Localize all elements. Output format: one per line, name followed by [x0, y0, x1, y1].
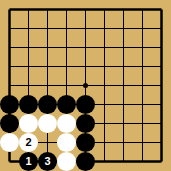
intersection-r8c5[interactable] [95, 152, 114, 171]
stone-black[interactable] [0, 114, 19, 133]
intersection-r6c3[interactable] [57, 114, 76, 133]
intersection-r4c4[interactable] [76, 76, 95, 95]
intersection-r3c6[interactable] [114, 57, 133, 76]
move-number-label: 1 [25, 156, 31, 167]
intersection-r4c5[interactable] [95, 76, 114, 95]
intersection-r7c1[interactable]: 2 [19, 133, 38, 152]
intersection-r6c4[interactable] [76, 114, 95, 133]
intersection-r3c3[interactable] [57, 57, 76, 76]
intersection-r6c2[interactable] [38, 114, 57, 133]
intersection-r0c7[interactable] [133, 0, 152, 19]
stone-black[interactable]: 3 [38, 152, 57, 171]
board-intersections: 213 [0, 0, 171, 171]
intersection-r1c4[interactable] [76, 19, 95, 38]
intersection-r5c4[interactable] [76, 95, 95, 114]
intersection-r8c8[interactable] [152, 152, 171, 171]
intersection-r0c3[interactable] [57, 0, 76, 19]
intersection-r6c8[interactable] [152, 114, 171, 133]
intersection-r1c7[interactable] [133, 19, 152, 38]
intersection-r8c2[interactable]: 3 [38, 152, 57, 171]
intersection-r3c2[interactable] [38, 57, 57, 76]
intersection-r5c8[interactable] [152, 95, 171, 114]
intersection-r2c1[interactable] [19, 38, 38, 57]
intersection-r8c3[interactable] [57, 152, 76, 171]
intersection-r6c0[interactable] [0, 114, 19, 133]
intersection-r1c1[interactable] [19, 19, 38, 38]
stone-white[interactable] [57, 114, 76, 133]
intersection-r3c5[interactable] [95, 57, 114, 76]
intersection-r7c0[interactable] [0, 133, 19, 152]
intersection-r0c0[interactable] [0, 0, 19, 19]
intersection-r5c0[interactable] [0, 95, 19, 114]
intersection-r4c3[interactable] [57, 76, 76, 95]
stone-black[interactable] [19, 95, 38, 114]
go-board-diagram: 213 [0, 0, 171, 171]
intersection-r0c2[interactable] [38, 0, 57, 19]
intersection-r2c6[interactable] [114, 38, 133, 57]
intersection-r5c2[interactable] [38, 95, 57, 114]
intersection-r3c1[interactable] [19, 57, 38, 76]
intersection-r4c6[interactable] [114, 76, 133, 95]
intersection-r3c8[interactable] [152, 57, 171, 76]
intersection-r6c6[interactable] [114, 114, 133, 133]
intersection-r2c3[interactable] [57, 38, 76, 57]
stone-black[interactable] [76, 114, 95, 133]
intersection-r8c1[interactable]: 1 [19, 152, 38, 171]
stone-black[interactable] [76, 95, 95, 114]
stone-white[interactable] [57, 133, 76, 152]
intersection-r4c8[interactable] [152, 76, 171, 95]
stone-white[interactable] [57, 152, 76, 171]
move-number-label: 2 [25, 137, 31, 148]
move-number-label: 3 [44, 156, 50, 167]
intersection-r4c2[interactable] [38, 76, 57, 95]
intersection-r8c7[interactable] [133, 152, 152, 171]
intersection-r1c8[interactable] [152, 19, 171, 38]
intersection-r1c6[interactable] [114, 19, 133, 38]
intersection-r3c7[interactable] [133, 57, 152, 76]
intersection-r2c0[interactable] [0, 38, 19, 57]
intersection-r1c0[interactable] [0, 19, 19, 38]
intersection-r2c5[interactable] [95, 38, 114, 57]
intersection-r0c1[interactable] [19, 0, 38, 19]
stone-black[interactable] [76, 152, 95, 171]
intersection-r7c3[interactable] [57, 133, 76, 152]
intersection-r7c7[interactable] [133, 133, 152, 152]
intersection-r0c5[interactable] [95, 0, 114, 19]
intersection-r8c4[interactable] [76, 152, 95, 171]
intersection-r2c7[interactable] [133, 38, 152, 57]
intersection-r5c3[interactable] [57, 95, 76, 114]
intersection-r8c6[interactable] [114, 152, 133, 171]
stone-black[interactable]: 1 [19, 152, 38, 171]
intersection-r6c1[interactable] [19, 114, 38, 133]
intersection-r8c0[interactable] [0, 152, 19, 171]
intersection-r3c4[interactable] [76, 57, 95, 76]
intersection-r7c2[interactable] [38, 133, 57, 152]
stone-black[interactable] [76, 133, 95, 152]
intersection-r4c7[interactable] [133, 76, 152, 95]
intersection-r2c4[interactable] [76, 38, 95, 57]
intersection-r7c4[interactable] [76, 133, 95, 152]
stone-black[interactable] [38, 95, 57, 114]
stone-white[interactable] [0, 133, 19, 152]
stone-black[interactable] [57, 95, 76, 114]
intersection-r0c8[interactable] [152, 0, 171, 19]
intersection-r5c6[interactable] [114, 95, 133, 114]
intersection-r0c4[interactable] [76, 0, 95, 19]
intersection-r5c7[interactable] [133, 95, 152, 114]
intersection-r5c1[interactable] [19, 95, 38, 114]
stone-black[interactable] [0, 95, 19, 114]
intersection-r1c2[interactable] [38, 19, 57, 38]
intersection-r4c0[interactable] [0, 76, 19, 95]
intersection-r3c0[interactable] [0, 57, 19, 76]
intersection-r1c3[interactable] [57, 19, 76, 38]
intersection-r2c8[interactable] [152, 38, 171, 57]
stone-white[interactable]: 2 [19, 133, 38, 152]
intersection-r1c5[interactable] [95, 19, 114, 38]
intersection-r7c5[interactable] [95, 133, 114, 152]
intersection-r5c5[interactable] [95, 95, 114, 114]
intersection-r0c6[interactable] [114, 0, 133, 19]
intersection-r4c1[interactable] [19, 76, 38, 95]
intersection-r7c6[interactable] [114, 133, 133, 152]
intersection-r6c5[interactable] [95, 114, 114, 133]
intersection-r6c7[interactable] [133, 114, 152, 133]
intersection-r7c8[interactable] [152, 133, 171, 152]
stone-white[interactable] [38, 114, 57, 133]
intersection-r2c2[interactable] [38, 38, 57, 57]
stone-white[interactable] [19, 114, 38, 133]
